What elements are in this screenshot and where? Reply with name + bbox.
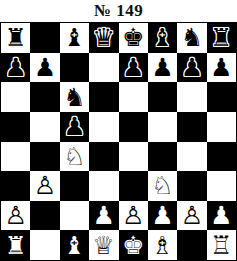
white-knight-piece[interactable]: ♘ — [151, 173, 173, 198]
black-pawn-piece[interactable]: ♟ — [210, 55, 232, 80]
square-f7[interactable]: ♟ — [148, 53, 177, 83]
square-d1[interactable]: ♕ — [89, 230, 118, 260]
puzzle-number-title: № 149 — [0, 0, 237, 22]
white-rook-piece[interactable]: ♜ — [4, 233, 26, 258]
black-bishop-piece[interactable]: ♝ — [63, 25, 85, 50]
black-bishop-piece[interactable]: ♝ — [151, 25, 173, 50]
black-pawn-piece[interactable]: ♟ — [34, 55, 56, 80]
square-a4[interactable] — [1, 142, 30, 172]
square-c7[interactable] — [60, 53, 89, 83]
square-f3[interactable]: ♘ — [148, 171, 177, 201]
white-king-piece[interactable]: ♚ — [122, 233, 144, 258]
square-c1[interactable]: ♝ — [60, 230, 89, 260]
chess-board: ♜♝♛♚♝♞♜♟♟♟♟♟♟♞♟♘♙♘♙♟♙♟♙♟♜♝♕♚♗♖ — [0, 22, 237, 261]
black-rook-piece[interactable]: ♜ — [210, 25, 232, 50]
square-b5[interactable] — [30, 112, 59, 142]
white-pawn-piece[interactable]: ♟ — [151, 203, 173, 228]
black-rook-piece[interactable]: ♜ — [4, 25, 26, 50]
white-pawn-piece[interactable]: ♙ — [181, 203, 203, 228]
black-pawn-piece[interactable]: ♟ — [122, 55, 144, 80]
white-pawn-piece[interactable]: ♙ — [4, 203, 26, 228]
white-pawn-piece[interactable]: ♟ — [210, 203, 232, 228]
square-h6[interactable] — [207, 82, 236, 112]
black-pawn-piece[interactable]: ♟ — [151, 55, 173, 80]
black-queen-piece[interactable]: ♛ — [93, 25, 115, 50]
white-rook-piece[interactable]: ♖ — [210, 233, 232, 258]
square-d3[interactable] — [89, 171, 118, 201]
black-king-piece[interactable]: ♚ — [122, 25, 144, 50]
square-c3[interactable] — [60, 171, 89, 201]
square-f4[interactable] — [148, 142, 177, 172]
square-e6[interactable] — [119, 82, 148, 112]
square-f1[interactable]: ♗ — [148, 230, 177, 260]
square-d6[interactable] — [89, 82, 118, 112]
square-f8[interactable]: ♝ — [148, 23, 177, 53]
square-c5[interactable]: ♟ — [60, 112, 89, 142]
square-d5[interactable] — [89, 112, 118, 142]
white-bishop-piece[interactable]: ♝ — [63, 233, 85, 258]
square-g1[interactable] — [177, 230, 206, 260]
square-a6[interactable] — [1, 82, 30, 112]
square-e3[interactable] — [119, 171, 148, 201]
chess-puzzle-page: № 149 ♜♝♛♚♝♞♜♟♟♟♟♟♟♞♟♘♙♘♙♟♙♟♙♟♜♝♕♚♗♖ — [0, 0, 237, 261]
square-b6[interactable] — [30, 82, 59, 112]
square-h4[interactable] — [207, 142, 236, 172]
square-c2[interactable] — [60, 201, 89, 231]
square-g8[interactable]: ♞ — [177, 23, 206, 53]
square-h1[interactable]: ♖ — [207, 230, 236, 260]
square-h5[interactable] — [207, 112, 236, 142]
black-knight-piece[interactable]: ♞ — [63, 85, 85, 110]
square-f2[interactable]: ♟ — [148, 201, 177, 231]
square-d7[interactable] — [89, 53, 118, 83]
square-e4[interactable] — [119, 142, 148, 172]
square-c4[interactable]: ♘ — [60, 142, 89, 172]
square-h3[interactable] — [207, 171, 236, 201]
square-a2[interactable]: ♙ — [1, 201, 30, 231]
square-d2[interactable]: ♟ — [89, 201, 118, 231]
square-d8[interactable]: ♛ — [89, 23, 118, 53]
square-e5[interactable] — [119, 112, 148, 142]
square-g2[interactable]: ♙ — [177, 201, 206, 231]
square-g6[interactable] — [177, 82, 206, 112]
square-a1[interactable]: ♜ — [1, 230, 30, 260]
square-d4[interactable] — [89, 142, 118, 172]
square-b2[interactable] — [30, 201, 59, 231]
white-queen-piece[interactable]: ♕ — [93, 233, 115, 258]
square-g3[interactable] — [177, 171, 206, 201]
square-e2[interactable]: ♙ — [119, 201, 148, 231]
black-pawn-piece[interactable]: ♟ — [63, 114, 85, 139]
square-a3[interactable] — [1, 171, 30, 201]
square-g4[interactable] — [177, 142, 206, 172]
white-pawn-piece[interactable]: ♟ — [93, 203, 115, 228]
square-b4[interactable] — [30, 142, 59, 172]
black-pawn-piece[interactable]: ♟ — [181, 55, 203, 80]
square-e1[interactable]: ♚ — [119, 230, 148, 260]
white-knight-piece[interactable]: ♘ — [63, 144, 85, 169]
square-c8[interactable]: ♝ — [60, 23, 89, 53]
square-a8[interactable]: ♜ — [1, 23, 30, 53]
square-f5[interactable] — [148, 112, 177, 142]
square-b1[interactable] — [30, 230, 59, 260]
square-f6[interactable] — [148, 82, 177, 112]
black-knight-piece[interactable]: ♞ — [181, 25, 203, 50]
square-g7[interactable]: ♟ — [177, 53, 206, 83]
square-b7[interactable]: ♟ — [30, 53, 59, 83]
square-e7[interactable]: ♟ — [119, 53, 148, 83]
square-g5[interactable] — [177, 112, 206, 142]
square-e8[interactable]: ♚ — [119, 23, 148, 53]
square-c6[interactable]: ♞ — [60, 82, 89, 112]
square-b8[interactable] — [30, 23, 59, 53]
white-bishop-piece[interactable]: ♗ — [151, 233, 173, 258]
square-h8[interactable]: ♜ — [207, 23, 236, 53]
square-a5[interactable] — [1, 112, 30, 142]
white-pawn-piece[interactable]: ♙ — [122, 203, 144, 228]
black-pawn-piece[interactable]: ♟ — [4, 55, 26, 80]
square-h2[interactable]: ♟ — [207, 201, 236, 231]
square-h7[interactable]: ♟ — [207, 53, 236, 83]
square-b3[interactable]: ♙ — [30, 171, 59, 201]
square-a7[interactable]: ♟ — [1, 53, 30, 83]
white-pawn-piece[interactable]: ♙ — [34, 173, 56, 198]
